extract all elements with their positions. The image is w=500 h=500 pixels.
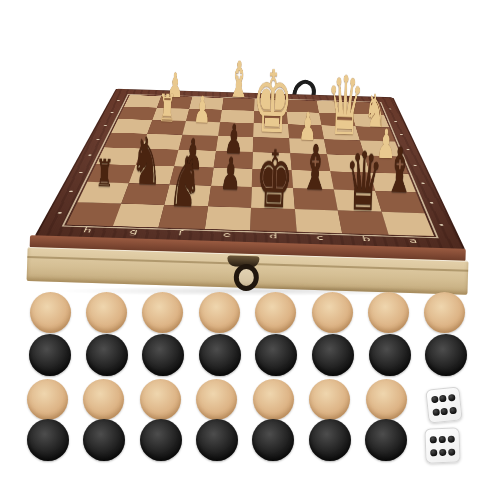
checker-disc-dark: [83, 419, 125, 461]
checker-disc-light: [312, 292, 353, 333]
checker-disc-dark: [309, 419, 351, 461]
border-dot: [69, 190, 73, 192]
chess-board: ♟♝♜♟♞♚♟♛♟♟♟♜♞♟♝♝♞♚♛ hgfedcba: [34, 89, 466, 251]
checker-disc-dark: [140, 419, 182, 461]
die-showing-6: [424, 427, 460, 463]
piece-black-bishop-a7: ♝: [385, 139, 416, 202]
file-label-h: h: [76, 226, 99, 234]
piece-black-bishop-c7: ♝: [300, 136, 331, 199]
checker-disc-light: [366, 379, 407, 420]
die-pip: [449, 406, 457, 414]
checker-disc-light: [255, 292, 296, 333]
checker-disc-dark: [199, 334, 241, 376]
product-photo: ♟♝♜♟♞♚♟♛♟♟♟♜♞♟♝♝♞♚♛ hgfedcba: [0, 0, 500, 500]
checker-disc-dark: [142, 334, 184, 376]
checker-disc-light: [140, 379, 181, 420]
board-perspective-wrapper: ♟♝♜♟♞♚♟♛♟♟♟♜♞♟♝♝♞♚♛ hgfedcba: [34, 0, 479, 251]
die-pip: [441, 407, 449, 415]
die-pip: [430, 449, 437, 456]
square-e7: ♟: [208, 186, 252, 208]
border-dot: [117, 100, 120, 101]
chess-set: ♟♝♜♟♞♚♟♛♟♟♟♜♞♟♝♝♞♚♛ hgfedcba: [0, 0, 500, 500]
piece-white-rook-g3: ♜: [158, 89, 177, 127]
border-dot: [406, 149, 410, 150]
checker-disc-light: [142, 292, 183, 333]
square-c7: ♝: [293, 188, 338, 210]
piece-black-rook-h7: ♜: [95, 155, 114, 193]
checker-disc-dark: [312, 334, 354, 376]
border-dot: [88, 154, 92, 155]
piece-white-pawn-f3: ♟: [193, 92, 211, 129]
checker-disc-light: [253, 379, 294, 420]
checker-disc-dark: [365, 419, 407, 461]
checker-disc-light: [30, 292, 71, 333]
square-h1: [124, 95, 161, 107]
square-c8: [294, 209, 342, 233]
piece-black-knight-g7: ♞: [131, 127, 164, 194]
square-f8: ♞: [158, 205, 207, 229]
checker-disc-light: [309, 379, 350, 420]
square-g8: [112, 203, 164, 227]
square-a7: ♝: [375, 191, 425, 213]
checker-disc-dark: [425, 334, 467, 376]
border-dot: [439, 224, 444, 226]
checker-disc-dark: [369, 334, 411, 376]
checker-disc-dark: [196, 419, 238, 461]
border-dot: [394, 121, 397, 122]
checker-disc-light: [199, 292, 240, 333]
checker-disc-light: [196, 379, 237, 420]
square-d8: ♚: [250, 207, 296, 231]
border-dot: [58, 212, 63, 214]
piece-black-pawn-e7: ♟: [220, 152, 242, 197]
file-label-e: e: [217, 230, 237, 238]
checker-disc-light: [368, 292, 409, 333]
checker-disc-dark: [29, 334, 71, 376]
checker-disc-light: [83, 379, 124, 420]
die-pip: [439, 435, 446, 442]
file-label-d: d: [264, 232, 284, 240]
die-showing-6: [425, 386, 462, 423]
checker-disc-dark: [27, 419, 69, 461]
file-label-c: c: [310, 233, 331, 241]
file-label-f: f: [170, 229, 191, 237]
piece-black-king-d8: ♚: [255, 140, 294, 220]
checker-disc-light: [86, 292, 127, 333]
square-h2: [118, 106, 157, 120]
board-grid: ♟♝♜♟♞♚♟♛♟♟♟♜♞♟♝♝♞♚♛: [67, 95, 434, 236]
border-dot: [430, 202, 434, 204]
file-label-g: g: [123, 227, 145, 235]
border-dot: [96, 139, 100, 140]
square-a8: [381, 212, 434, 237]
piece-black-queen-b8: ♛: [343, 141, 383, 223]
border-dot: [400, 134, 403, 135]
file-label-b: b: [356, 235, 378, 244]
die-pip: [430, 436, 437, 443]
die-pip: [431, 396, 439, 404]
border-dot: [421, 182, 425, 184]
metal-latch: [220, 254, 265, 289]
die-pip: [448, 448, 455, 455]
die-pip: [439, 395, 447, 403]
checker-disc-light: [27, 379, 68, 420]
die-pip: [433, 408, 441, 416]
square-e1: ♝: [222, 98, 255, 111]
piece-white-bishop-e1: ♝: [227, 54, 252, 104]
border-dot: [110, 112, 113, 113]
die-pip: [447, 435, 454, 442]
border-dot: [104, 125, 108, 126]
square-e8: [204, 206, 251, 230]
square-g7: ♞: [121, 183, 170, 205]
checker-disc-dark: [252, 419, 294, 461]
border-dot: [413, 165, 417, 167]
file-label-a: a: [402, 236, 424, 245]
checker-disc-light: [424, 292, 465, 333]
border-dot: [79, 172, 83, 174]
checker-disc-dark: [86, 334, 128, 376]
die-pip: [439, 448, 446, 455]
die-pip: [448, 394, 456, 402]
piece-black-knight-f8: ♞: [168, 146, 203, 217]
border-dot: [389, 108, 392, 109]
square-b8: ♛: [338, 210, 388, 234]
